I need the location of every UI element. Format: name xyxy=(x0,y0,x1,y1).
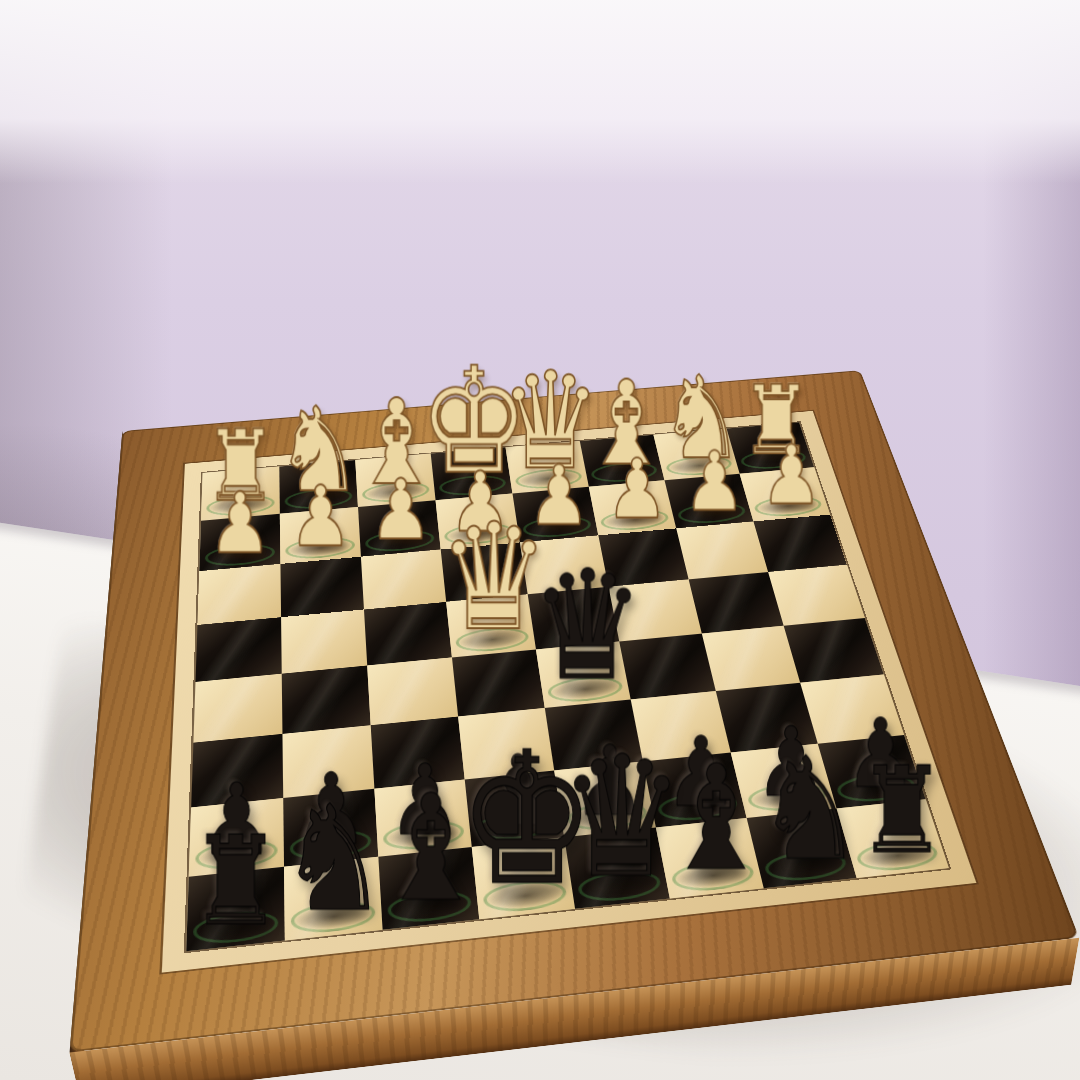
piece-black-knight[interactable]: ♞ xyxy=(756,739,863,881)
square-b4[interactable] xyxy=(689,572,784,634)
piece-black-rook[interactable]: ♜ xyxy=(189,820,282,943)
photo-scene: ♜♞♝♚♛♝♞♜♟♟♟♟♟♟♟♟♛♛♟♟♟♟♟♟♟♟♜♞♝♚♛♝♞♜ xyxy=(0,0,1080,1080)
piece-white-pawn[interactable]: ♟ xyxy=(606,448,668,530)
square-a2[interactable]: ♟ xyxy=(740,467,830,521)
square-a4[interactable] xyxy=(768,565,865,626)
square-f2[interactable]: ♟ xyxy=(358,500,441,557)
square-g2[interactable]: ♟ xyxy=(280,507,361,564)
piece-black-queen[interactable]: ♛ xyxy=(531,550,645,701)
square-h2[interactable]: ♟ xyxy=(199,514,280,571)
piece-black-knight[interactable]: ♞ xyxy=(279,787,389,932)
piece-white-pawn[interactable]: ♟ xyxy=(369,468,432,551)
square-c2[interactable]: ♟ xyxy=(589,480,676,535)
square-d5[interactable]: ♛ xyxy=(536,641,631,708)
square-f8[interactable]: ♝ xyxy=(378,847,479,930)
square-g8[interactable]: ♞ xyxy=(284,857,383,941)
square-h4[interactable] xyxy=(195,617,281,682)
square-b2[interactable]: ♟ xyxy=(665,474,754,529)
square-b5[interactable] xyxy=(702,626,800,691)
square-g3[interactable] xyxy=(280,557,364,617)
square-e8[interactable]: ♚ xyxy=(472,837,575,919)
square-h3[interactable] xyxy=(197,564,281,625)
square-g4[interactable] xyxy=(281,609,367,673)
piece-black-bishop[interactable]: ♝ xyxy=(375,775,486,922)
square-f5[interactable] xyxy=(367,657,458,725)
square-e4[interactable]: ♛ xyxy=(446,594,536,657)
piece-white-pawn[interactable]: ♟ xyxy=(208,482,271,566)
square-f3[interactable] xyxy=(361,550,446,610)
piece-white-pawn[interactable]: ♟ xyxy=(289,475,352,559)
square-b3[interactable] xyxy=(676,521,768,579)
square-a3[interactable] xyxy=(753,515,846,572)
square-h5[interactable] xyxy=(193,674,282,743)
piece-white-pawn[interactable]: ♟ xyxy=(684,441,746,523)
square-g5[interactable] xyxy=(282,666,371,734)
piece-black-rook[interactable]: ♜ xyxy=(857,752,946,871)
square-h8[interactable]: ♜ xyxy=(186,867,285,951)
piece-white-pawn[interactable]: ♟ xyxy=(761,435,822,517)
